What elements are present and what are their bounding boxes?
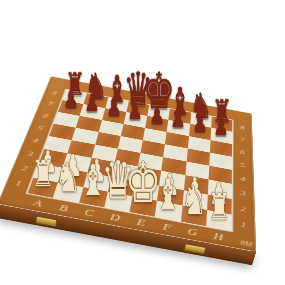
black-pawn-a7[interactable]: ♟ bbox=[63, 87, 78, 111]
black-pawn-g7[interactable]: ♟ bbox=[192, 111, 207, 135]
black-pawn-b7[interactable]: ♟ bbox=[85, 91, 100, 115]
photo-background: ABCDEFGH 87654321 87654321 8M ♜♞♝♛♚♝♞♜♟♟… bbox=[0, 0, 285, 285]
black-pawn-h7[interactable]: ♟ bbox=[214, 115, 229, 139]
black-pawn-f7[interactable]: ♟ bbox=[171, 107, 186, 131]
white-knight-b1[interactable]: ♞ bbox=[55, 157, 81, 197]
white-rook-a1[interactable]: ♜ bbox=[31, 156, 54, 192]
white-knight-g1[interactable]: ♞ bbox=[181, 180, 207, 220]
white-rook-h1[interactable]: ♜ bbox=[207, 189, 230, 225]
white-bishop-f1[interactable]: ♝ bbox=[155, 174, 182, 216]
black-pawn-c7[interactable]: ♟ bbox=[106, 95, 121, 119]
pieces-layer: ♜♞♝♛♚♝♞♜♟♟♟♟♟♟♟♟♟♟♟♟♟♟♟♟♜♞♝♛♚♝♞♜ bbox=[0, 0, 285, 285]
black-pawn-e7[interactable]: ♟ bbox=[149, 103, 164, 127]
black-pawn-d7[interactable]: ♟ bbox=[128, 99, 143, 123]
